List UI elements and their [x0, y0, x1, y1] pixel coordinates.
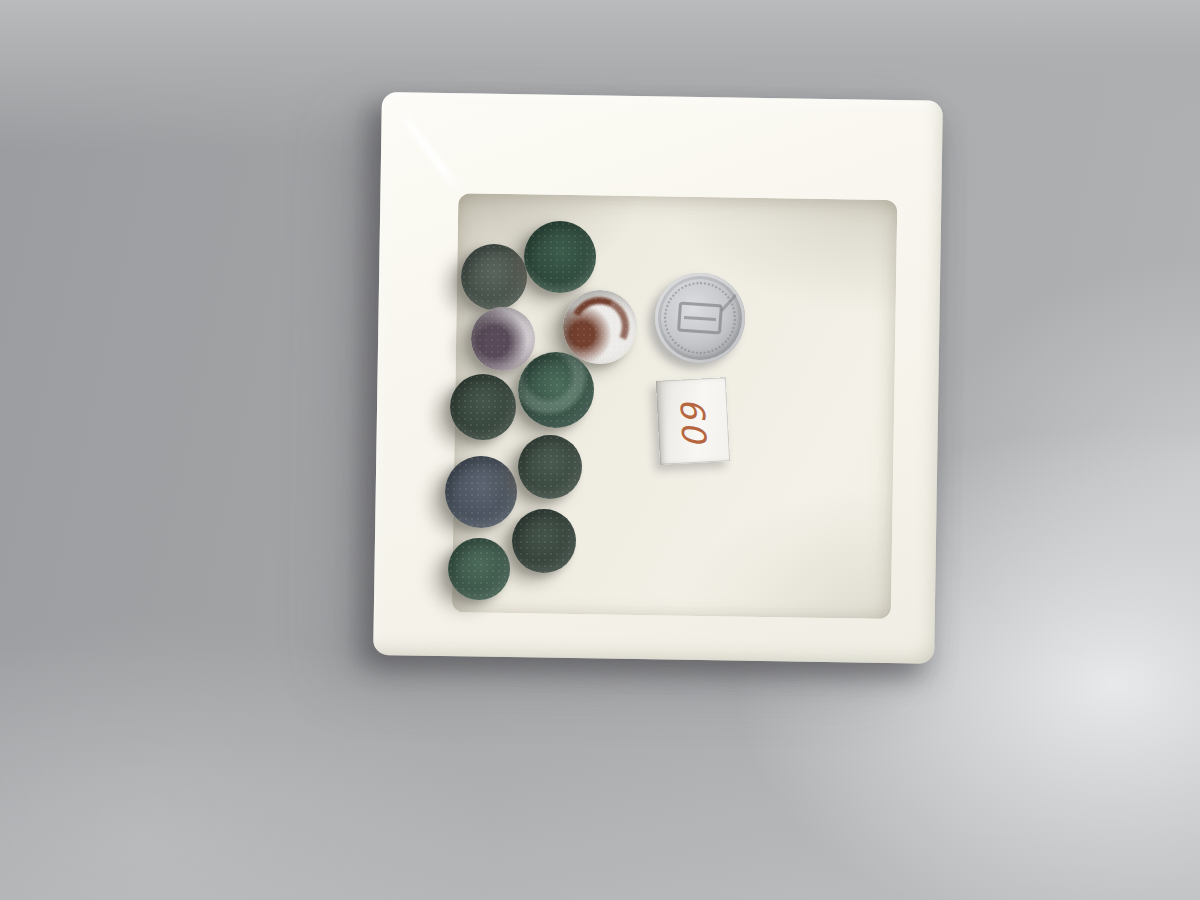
coin-embossed-design-icon	[677, 302, 723, 335]
photo-backdrop: 60	[0, 0, 1200, 900]
marble-green-3	[450, 374, 516, 440]
marble-layer	[0, 0, 1200, 900]
marble-green-5	[512, 509, 576, 573]
marble-white-red-1	[563, 290, 637, 364]
marble-green-1	[524, 221, 596, 293]
marble-green-4	[518, 435, 582, 499]
marble-blue-gray-1	[445, 456, 517, 528]
price-label-text: 60	[675, 396, 710, 446]
price-label: 60	[656, 377, 730, 465]
marble-green-6	[448, 538, 510, 600]
marble-green-2	[518, 352, 594, 428]
marble-purple-white-1	[471, 307, 535, 371]
marble-gray-green-1	[461, 244, 527, 310]
aluminum-coin	[655, 273, 745, 363]
